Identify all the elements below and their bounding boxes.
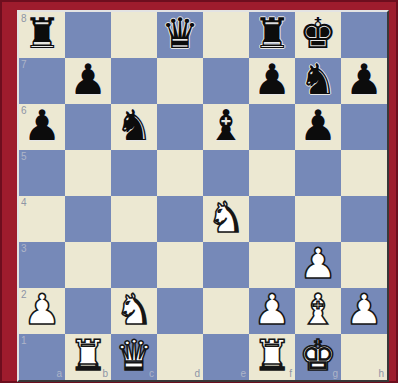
square-d5[interactable]: [157, 150, 203, 196]
square-h6[interactable]: [341, 104, 387, 150]
square-f3[interactable]: [249, 242, 295, 288]
square-e8[interactable]: [203, 12, 249, 58]
square-h8[interactable]: [341, 12, 387, 58]
square-d7[interactable]: [157, 58, 203, 104]
piece-white-bishop-g2[interactable]: ♝: [295, 287, 341, 333]
square-d4[interactable]: [157, 196, 203, 242]
square-h4[interactable]: [341, 196, 387, 242]
piece-black-pawn-f7[interactable]: ♟: [249, 57, 295, 103]
piece-black-queen-d8[interactable]: ♛: [157, 11, 203, 57]
square-g7[interactable]: ♞: [295, 58, 341, 104]
square-f6[interactable]: [249, 104, 295, 150]
piece-white-knight-c2[interactable]: ♞: [111, 287, 157, 333]
square-b6[interactable]: [65, 104, 111, 150]
piece-black-king-g8[interactable]: ♚: [295, 11, 341, 57]
file-label-d: d: [194, 369, 200, 379]
square-g6[interactable]: ♟: [295, 104, 341, 150]
piece-white-rook-b1[interactable]: ♜: [65, 333, 111, 379]
square-c1[interactable]: c♛: [111, 334, 157, 380]
rank-label-7: 7: [21, 60, 27, 70]
square-f5[interactable]: [249, 150, 295, 196]
square-d2[interactable]: [157, 288, 203, 334]
square-a3[interactable]: 3: [19, 242, 65, 288]
piece-white-pawn-h2[interactable]: ♟: [341, 287, 387, 333]
piece-black-rook-f8[interactable]: ♜: [249, 11, 295, 57]
square-a6[interactable]: 6♟: [19, 104, 65, 150]
square-d6[interactable]: [157, 104, 203, 150]
piece-white-king-g1[interactable]: ♚: [295, 333, 341, 379]
board-panel: 8♜♛♜♚7♟♟♞♟6♟♞♝♟54♞3♟2♟♞♟♝♟1ab♜c♛def♜g♚h: [17, 10, 389, 382]
square-c2[interactable]: ♞: [111, 288, 157, 334]
square-a5[interactable]: 5: [19, 150, 65, 196]
piece-black-pawn-h7[interactable]: ♟: [341, 57, 387, 103]
square-h3[interactable]: [341, 242, 387, 288]
piece-white-pawn-g3[interactable]: ♟: [295, 241, 341, 287]
square-e5[interactable]: [203, 150, 249, 196]
square-b4[interactable]: [65, 196, 111, 242]
piece-black-pawn-a6[interactable]: ♟: [19, 103, 65, 149]
square-g8[interactable]: ♚: [295, 12, 341, 58]
square-a2[interactable]: 2♟: [19, 288, 65, 334]
square-a1[interactable]: 1a: [19, 334, 65, 380]
piece-black-knight-g7[interactable]: ♞: [295, 57, 341, 103]
square-d3[interactable]: [157, 242, 203, 288]
piece-black-bishop-e6[interactable]: ♝: [203, 103, 249, 149]
square-b2[interactable]: [65, 288, 111, 334]
piece-white-knight-e4[interactable]: ♞: [203, 195, 249, 241]
square-d1[interactable]: d: [157, 334, 203, 380]
square-a4[interactable]: 4: [19, 196, 65, 242]
square-a8[interactable]: 8♜: [19, 12, 65, 58]
square-b7[interactable]: ♟: [65, 58, 111, 104]
square-a7[interactable]: 7: [19, 58, 65, 104]
square-c7[interactable]: [111, 58, 157, 104]
square-g1[interactable]: g♚: [295, 334, 341, 380]
square-c5[interactable]: [111, 150, 157, 196]
square-e6[interactable]: ♝: [203, 104, 249, 150]
square-e2[interactable]: [203, 288, 249, 334]
square-f1[interactable]: f♜: [249, 334, 295, 380]
rank-label-5: 5: [21, 152, 27, 162]
square-h1[interactable]: h: [341, 334, 387, 380]
rank-label-3: 3: [21, 244, 27, 254]
piece-black-pawn-b7[interactable]: ♟: [65, 57, 111, 103]
square-e7[interactable]: [203, 58, 249, 104]
square-b8[interactable]: [65, 12, 111, 58]
file-label-a: a: [56, 369, 62, 379]
piece-black-knight-c6[interactable]: ♞: [111, 103, 157, 149]
file-label-h: h: [378, 369, 384, 379]
square-f7[interactable]: ♟: [249, 58, 295, 104]
square-f8[interactable]: ♜: [249, 12, 295, 58]
square-f4[interactable]: [249, 196, 295, 242]
piece-black-pawn-g6[interactable]: ♟: [295, 103, 341, 149]
board-frame: 8♜♛♜♚7♟♟♞♟6♟♞♝♟54♞3♟2♟♞♟♝♟1ab♜c♛def♜g♚h: [0, 0, 398, 383]
square-h7[interactable]: ♟: [341, 58, 387, 104]
square-h5[interactable]: [341, 150, 387, 196]
file-label-e: e: [240, 369, 246, 379]
piece-white-pawn-a2[interactable]: ♟: [19, 287, 65, 333]
square-b3[interactable]: [65, 242, 111, 288]
square-e1[interactable]: e: [203, 334, 249, 380]
square-b1[interactable]: b♜: [65, 334, 111, 380]
piece-white-queen-c1[interactable]: ♛: [111, 333, 157, 379]
square-c8[interactable]: [111, 12, 157, 58]
square-e3[interactable]: [203, 242, 249, 288]
chess-board: 8♜♛♜♚7♟♟♞♟6♟♞♝♟54♞3♟2♟♞♟♝♟1ab♜c♛def♜g♚h: [19, 12, 387, 380]
square-g2[interactable]: ♝: [295, 288, 341, 334]
square-c4[interactable]: [111, 196, 157, 242]
square-h2[interactable]: ♟: [341, 288, 387, 334]
square-g3[interactable]: ♟: [295, 242, 341, 288]
square-g4[interactable]: [295, 196, 341, 242]
rank-label-1: 1: [21, 336, 27, 346]
square-e4[interactable]: ♞: [203, 196, 249, 242]
square-f2[interactable]: ♟: [249, 288, 295, 334]
square-b5[interactable]: [65, 150, 111, 196]
piece-black-rook-a8[interactable]: ♜: [19, 11, 65, 57]
square-c3[interactable]: [111, 242, 157, 288]
square-g5[interactable]: [295, 150, 341, 196]
square-d8[interactable]: ♛: [157, 12, 203, 58]
piece-white-rook-f1[interactable]: ♜: [249, 333, 295, 379]
square-c6[interactable]: ♞: [111, 104, 157, 150]
rank-label-4: 4: [21, 198, 27, 208]
piece-white-pawn-f2[interactable]: ♟: [249, 287, 295, 333]
